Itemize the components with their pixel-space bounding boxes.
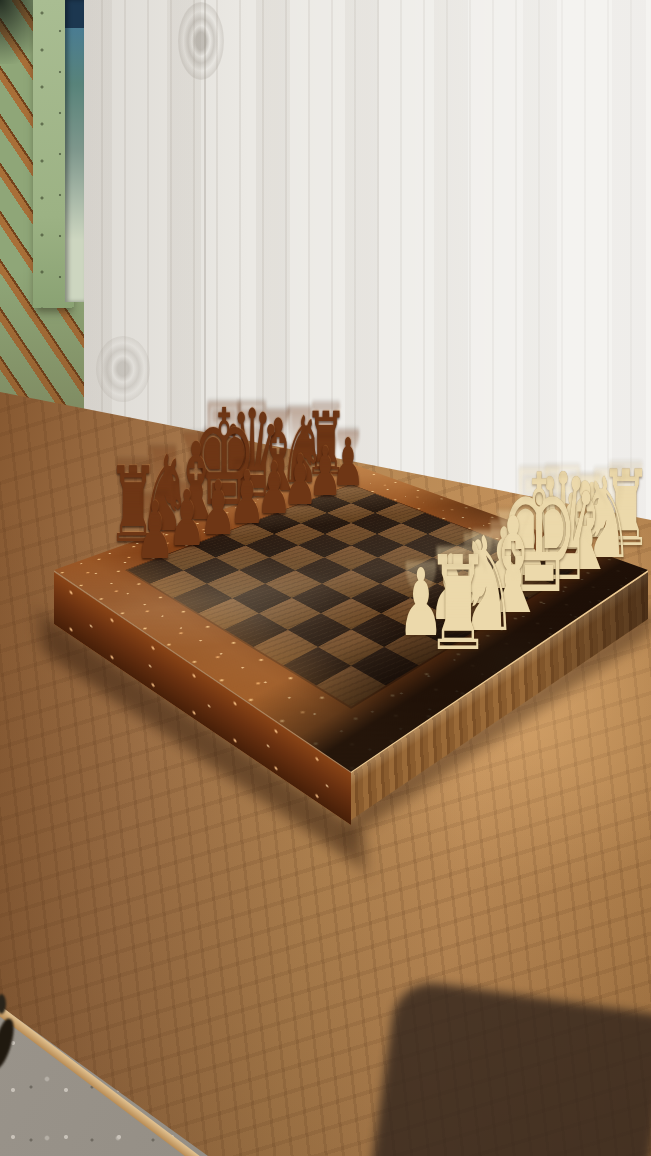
wood-knot	[178, 2, 224, 80]
weathered-post	[65, 0, 84, 302]
plank-seam	[204, 0, 206, 480]
photo-scene: ♜♜♟♟♟♟♜♜♞♞♟♟♟♟♞♞♝♝♟♟♟♟♝♝♛♛♟♟♟♟♛♛♚♚♟♟♟♟♚♚…	[0, 0, 651, 1156]
wood-knot	[96, 336, 150, 402]
